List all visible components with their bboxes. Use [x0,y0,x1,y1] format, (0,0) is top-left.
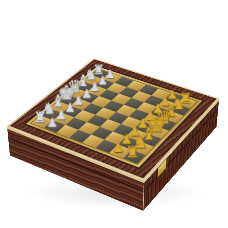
board-square-r7c7: ♜ [123,150,145,164]
chess-piece-bR: ♜ [122,144,142,159]
chess-set-photo: ♜♟♟♜♞♟♟♞♝♟♟♝♛♟♟♛♚♟♟♚♝♟♟♝♞♟♟♞♜♟♟♜ [0,0,228,228]
chess-piece-wP: ♟ [43,116,62,128]
